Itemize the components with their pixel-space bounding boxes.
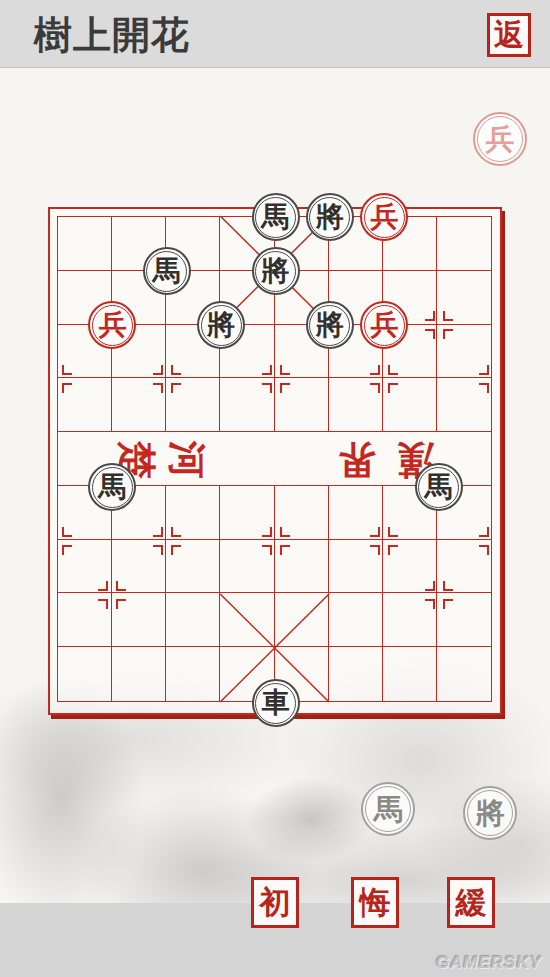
position-marker: [280, 527, 290, 537]
piece-black-chariot[interactable]: 車: [252, 679, 300, 727]
position-marker: [370, 545, 380, 555]
position-marker: [388, 527, 398, 537]
position-marker: [62, 383, 72, 393]
position-marker: [443, 581, 453, 591]
position-marker: [280, 545, 290, 555]
undo-button-label: 悔: [360, 882, 391, 924]
position-marker: [388, 383, 398, 393]
tray-piece-label: 兵: [486, 125, 515, 154]
header: 樹上開花 返: [0, 0, 550, 68]
position-marker: [171, 365, 181, 375]
piece-label: 車: [262, 689, 290, 717]
piece-label: 將: [262, 257, 290, 285]
position-marker: [425, 311, 435, 321]
position-marker: [262, 527, 272, 537]
piece-black-general[interactable]: 將: [252, 247, 300, 295]
tray-piece-label: 馬: [374, 795, 403, 824]
position-marker: [425, 581, 435, 591]
piece-red-soldier[interactable]: 兵: [360, 193, 408, 241]
piece-label: 兵: [98, 311, 126, 339]
back-button-label: 返: [494, 15, 524, 56]
board-grid: 楚 河 界 漢 馬將兵馬將兵將將兵馬馬車: [57, 216, 492, 702]
position-marker: [62, 365, 72, 375]
piece-label: 馬: [262, 203, 290, 231]
position-marker: [171, 527, 181, 537]
position-marker: [388, 365, 398, 375]
restart-button[interactable]: 初: [251, 877, 299, 928]
river-text-he: 河: [168, 441, 206, 479]
position-marker: [262, 545, 272, 555]
tray-piece-general[interactable]: 將: [463, 786, 517, 840]
position-marker: [153, 383, 163, 393]
position-marker: [171, 383, 181, 393]
piece-label: 將: [316, 203, 344, 231]
piece-black-horse[interactable]: 馬: [252, 193, 300, 241]
position-marker: [116, 581, 126, 591]
gamersky-watermark: GAMERSKY: [436, 953, 542, 973]
piece-black-general[interactable]: 將: [306, 193, 354, 241]
position-marker: [443, 311, 453, 321]
position-marker: [62, 545, 72, 555]
position-marker: [425, 599, 435, 609]
position-marker: [280, 365, 290, 375]
piece-red-soldier[interactable]: 兵: [360, 301, 408, 349]
piece-label: 馬: [98, 473, 126, 501]
position-marker: [479, 545, 489, 555]
position-marker: [98, 581, 108, 591]
position-marker: [479, 365, 489, 375]
back-button[interactable]: 返: [487, 13, 531, 57]
position-marker: [280, 383, 290, 393]
piece-black-general[interactable]: 將: [306, 301, 354, 349]
position-marker: [153, 545, 163, 555]
piece-label: 馬: [153, 257, 181, 285]
position-marker: [370, 365, 380, 375]
hint-button[interactable]: 緩: [447, 877, 495, 928]
piece-black-general[interactable]: 將: [197, 301, 245, 349]
position-marker: [370, 383, 380, 393]
tray-piece-horse[interactable]: 馬: [361, 782, 415, 836]
piece-black-horse[interactable]: 馬: [143, 247, 191, 295]
position-marker: [262, 383, 272, 393]
position-marker: [116, 599, 126, 609]
river-text-jie: 界: [338, 441, 376, 479]
undo-button[interactable]: 悔: [351, 877, 399, 928]
position-marker: [153, 365, 163, 375]
tray-piece-label: 將: [476, 799, 505, 828]
position-marker: [153, 527, 163, 537]
page-title: 樹上開花: [34, 10, 190, 61]
position-marker: [443, 329, 453, 339]
xiangqi-board[interactable]: 楚 河 界 漢 馬將兵馬將兵將將兵馬馬車: [48, 207, 502, 715]
piece-label: 兵: [370, 311, 398, 339]
position-marker: [388, 545, 398, 555]
piece-label: 馬: [425, 473, 453, 501]
position-marker: [425, 329, 435, 339]
position-marker: [479, 527, 489, 537]
position-marker: [98, 599, 108, 609]
position-marker: [62, 527, 72, 537]
piece-label: 將: [316, 311, 344, 339]
piece-label: 將: [207, 311, 235, 339]
position-marker: [171, 545, 181, 555]
piece-label: 兵: [370, 203, 398, 231]
tray-piece-red-soldier: 兵: [473, 112, 527, 166]
restart-button-label: 初: [260, 882, 291, 924]
hint-button-label: 緩: [456, 882, 487, 924]
app-screen: 樹上開花 返 兵 楚 河 界 漢 馬將兵馬將兵將將兵馬馬車 馬 將 GAMERS…: [0, 0, 550, 977]
position-marker: [479, 383, 489, 393]
position-marker: [443, 599, 453, 609]
position-marker: [262, 365, 272, 375]
piece-black-horse[interactable]: 馬: [415, 463, 463, 511]
position-marker: [370, 527, 380, 537]
